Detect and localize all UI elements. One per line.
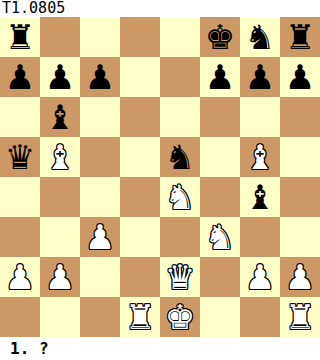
square-e2[interactable]: ♛ (160, 257, 200, 297)
square-f1[interactable] (200, 297, 240, 337)
square-a1[interactable] (0, 297, 40, 337)
puzzle-page: T1.0805 ♜♚♞♜♟♟♟♟♟♟♝♛♝♞♝♞♝♟♞♟♟♛♟♟♜♚♜ 1. ? (0, 0, 320, 360)
square-f2[interactable] (200, 257, 240, 297)
piece-white-pawn: ♟ (245, 257, 275, 297)
square-d7[interactable] (120, 57, 160, 97)
piece-white-knight: ♞ (165, 177, 195, 217)
piece-black-pawn: ♟ (5, 57, 35, 97)
square-d1[interactable]: ♜ (120, 297, 160, 337)
square-d5[interactable] (120, 137, 160, 177)
square-d8[interactable] (120, 17, 160, 57)
square-g3[interactable] (240, 217, 280, 257)
square-f8[interactable]: ♚ (200, 17, 240, 57)
square-b6[interactable]: ♝ (40, 97, 80, 137)
square-g4[interactable]: ♝ (240, 177, 280, 217)
square-c4[interactable] (80, 177, 120, 217)
square-e8[interactable] (160, 17, 200, 57)
piece-white-knight: ♞ (205, 217, 235, 257)
square-f4[interactable] (200, 177, 240, 217)
square-b5[interactable]: ♝ (40, 137, 80, 177)
square-b1[interactable] (40, 297, 80, 337)
square-f3[interactable]: ♞ (200, 217, 240, 257)
piece-black-bishop: ♝ (45, 97, 75, 137)
square-a7[interactable]: ♟ (0, 57, 40, 97)
piece-black-pawn: ♟ (85, 57, 115, 97)
square-e6[interactable] (160, 97, 200, 137)
square-h4[interactable] (280, 177, 320, 217)
piece-black-pawn: ♟ (45, 57, 75, 97)
square-d4[interactable] (120, 177, 160, 217)
piece-white-bishop: ♝ (45, 137, 75, 177)
piece-white-rook: ♜ (125, 297, 155, 337)
piece-black-pawn: ♟ (285, 57, 315, 97)
square-a5[interactable]: ♛ (0, 137, 40, 177)
piece-black-knight: ♞ (245, 17, 275, 57)
square-c2[interactable] (80, 257, 120, 297)
square-e5[interactable]: ♞ (160, 137, 200, 177)
piece-white-bishop: ♝ (245, 137, 275, 177)
piece-white-pawn: ♟ (5, 257, 35, 297)
square-e1[interactable]: ♚ (160, 297, 200, 337)
square-b8[interactable] (40, 17, 80, 57)
piece-black-rook: ♜ (285, 17, 315, 57)
square-c3[interactable]: ♟ (80, 217, 120, 257)
piece-white-pawn: ♟ (85, 217, 115, 257)
square-d6[interactable] (120, 97, 160, 137)
piece-black-bishop: ♝ (245, 177, 275, 217)
square-g1[interactable] (240, 297, 280, 337)
square-c7[interactable]: ♟ (80, 57, 120, 97)
piece-black-pawn: ♟ (245, 57, 275, 97)
square-d3[interactable] (120, 217, 160, 257)
square-f6[interactable] (200, 97, 240, 137)
square-g7[interactable]: ♟ (240, 57, 280, 97)
square-b3[interactable] (40, 217, 80, 257)
square-h3[interactable] (280, 217, 320, 257)
square-h8[interactable]: ♜ (280, 17, 320, 57)
piece-white-king: ♚ (165, 297, 195, 337)
square-a6[interactable] (0, 97, 40, 137)
piece-white-pawn: ♟ (285, 257, 315, 297)
piece-black-rook: ♜ (5, 17, 35, 57)
piece-black-king: ♚ (205, 17, 235, 57)
square-a2[interactable]: ♟ (0, 257, 40, 297)
square-d2[interactable] (120, 257, 160, 297)
square-a3[interactable] (0, 217, 40, 257)
square-b2[interactable]: ♟ (40, 257, 80, 297)
square-a8[interactable]: ♜ (0, 17, 40, 57)
move-prompt: 1. ? (0, 337, 320, 360)
square-e4[interactable]: ♞ (160, 177, 200, 217)
puzzle-id-label: T1.0805 (0, 0, 320, 17)
square-g2[interactable]: ♟ (240, 257, 280, 297)
square-g6[interactable] (240, 97, 280, 137)
square-b7[interactable]: ♟ (40, 57, 80, 97)
square-b4[interactable] (40, 177, 80, 217)
square-h1[interactable]: ♜ (280, 297, 320, 337)
square-h2[interactable]: ♟ (280, 257, 320, 297)
square-h7[interactable]: ♟ (280, 57, 320, 97)
square-f5[interactable] (200, 137, 240, 177)
square-h5[interactable] (280, 137, 320, 177)
square-g5[interactable]: ♝ (240, 137, 280, 177)
square-f7[interactable]: ♟ (200, 57, 240, 97)
square-e3[interactable] (160, 217, 200, 257)
piece-black-knight: ♞ (165, 137, 195, 177)
piece-white-queen: ♛ (165, 257, 195, 297)
piece-black-pawn: ♟ (205, 57, 235, 97)
square-e7[interactable] (160, 57, 200, 97)
square-c6[interactable] (80, 97, 120, 137)
square-c1[interactable] (80, 297, 120, 337)
square-c5[interactable] (80, 137, 120, 177)
piece-black-queen: ♛ (5, 137, 35, 177)
piece-white-rook: ♜ (285, 297, 315, 337)
chess-board: ♜♚♞♜♟♟♟♟♟♟♝♛♝♞♝♞♝♟♞♟♟♛♟♟♜♚♜ (0, 17, 320, 337)
square-g8[interactable]: ♞ (240, 17, 280, 57)
square-c8[interactable] (80, 17, 120, 57)
square-a4[interactable] (0, 177, 40, 217)
square-h6[interactable] (280, 97, 320, 137)
piece-white-pawn: ♟ (45, 257, 75, 297)
